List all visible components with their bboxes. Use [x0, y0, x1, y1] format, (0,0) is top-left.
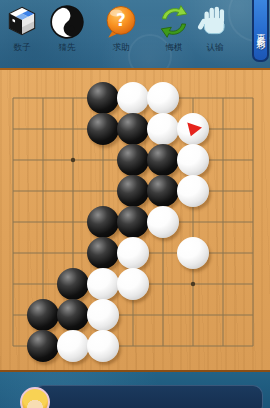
white-stone — [117, 82, 149, 114]
white-stone — [177, 144, 209, 176]
black-stone — [87, 82, 119, 114]
white-stone — [147, 113, 179, 145]
white-stone — [177, 175, 209, 207]
swap-arrows-icon — [155, 3, 193, 41]
nigiri-button-label: 猜先 — [46, 42, 88, 52]
resign-button-label: 认输 — [194, 42, 236, 52]
white-stone — [87, 268, 119, 300]
white-stone — [87, 299, 119, 331]
nigiri-button[interactable]: 猜先 — [45, 3, 89, 52]
black-stone — [117, 144, 149, 176]
white-stone — [177, 113, 209, 145]
white-stone — [177, 237, 209, 269]
black-stone — [87, 113, 119, 145]
black-stone — [117, 113, 149, 145]
white-stone — [117, 268, 149, 300]
white-stone — [147, 82, 179, 114]
svg-text:?: ? — [116, 10, 126, 30]
black-stone — [87, 237, 119, 269]
black-stone — [87, 206, 119, 238]
go-app-screen: 数子 猜先 — [0, 0, 270, 408]
question-bubble-icon: ? — [102, 3, 140, 41]
more-content-ribbon[interactable]: 更多精彩 — [252, 0, 269, 62]
black-stone — [117, 175, 149, 207]
count-button-label: 数子 — [1, 42, 43, 52]
black-stone — [57, 299, 89, 331]
black-stone — [27, 299, 59, 331]
hand-icon — [196, 3, 234, 41]
help-button[interactable]: ? 求助 — [99, 3, 143, 52]
player-panel — [33, 385, 263, 408]
white-stone — [147, 206, 179, 238]
help-button-label: 求助 — [100, 42, 142, 52]
white-stone — [57, 330, 89, 362]
toolbar: 数子 猜先 — [0, 0, 270, 68]
resign-button[interactable]: 认输 — [193, 3, 237, 52]
count-button[interactable]: 数子 — [0, 3, 44, 52]
go-board[interactable] — [0, 68, 270, 372]
white-stone — [87, 330, 119, 362]
black-stone — [147, 175, 179, 207]
black-stone — [117, 206, 149, 238]
go-cube-icon — [3, 3, 41, 41]
white-stone — [117, 237, 149, 269]
undo-button[interactable]: 悔棋 — [152, 3, 196, 52]
black-stone — [27, 330, 59, 362]
bottom-bar — [0, 372, 270, 408]
black-stone — [147, 144, 179, 176]
last-move-red-flag — [186, 121, 202, 137]
black-stone — [57, 268, 89, 300]
undo-button-label: 悔棋 — [153, 42, 195, 52]
yin-yang-icon — [48, 3, 86, 41]
